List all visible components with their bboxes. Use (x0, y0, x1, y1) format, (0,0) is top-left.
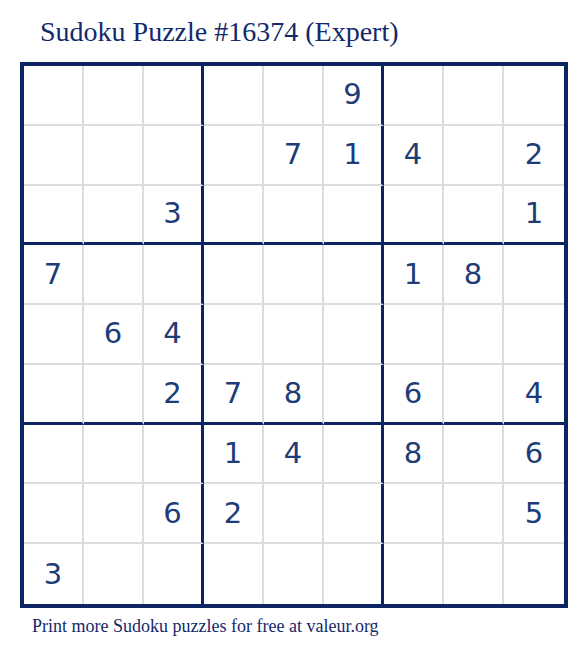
cell-r6c9[interactable]: 4 (504, 365, 564, 425)
cell-r2c6[interactable]: 1 (324, 126, 384, 186)
cell-r1c7[interactable] (384, 66, 444, 126)
cell-r9c5[interactable] (264, 544, 324, 604)
cell-r7c8[interactable] (444, 425, 504, 485)
cell-r5c2[interactable]: 6 (84, 305, 144, 365)
cell-r9c1[interactable]: 3 (24, 544, 84, 604)
cell-r2c7[interactable]: 4 (384, 126, 444, 186)
cell-r5c6[interactable] (324, 305, 384, 365)
cell-r7c7[interactable]: 8 (384, 425, 444, 485)
cell-r9c4[interactable] (204, 544, 264, 604)
cell-r1c6[interactable]: 9 (324, 66, 384, 126)
cell-r5c8[interactable] (444, 305, 504, 365)
cell-r7c3[interactable] (144, 425, 204, 485)
cell-r2c9[interactable]: 2 (504, 126, 564, 186)
cell-r1c1[interactable] (24, 66, 84, 126)
cell-r2c2[interactable] (84, 126, 144, 186)
cell-r8c2[interactable] (84, 484, 144, 544)
cell-r8c3[interactable]: 6 (144, 484, 204, 544)
cell-r6c7[interactable]: 6 (384, 365, 444, 425)
cell-r1c5[interactable] (264, 66, 324, 126)
cell-r7c6[interactable] (324, 425, 384, 485)
cell-r4c6[interactable] (324, 245, 384, 305)
cell-r2c4[interactable] (204, 126, 264, 186)
cell-r3c5[interactable] (264, 186, 324, 246)
cell-r3c1[interactable] (24, 186, 84, 246)
cell-r9c3[interactable] (144, 544, 204, 604)
cell-r5c1[interactable] (24, 305, 84, 365)
cell-r5c9[interactable] (504, 305, 564, 365)
cell-r3c8[interactable] (444, 186, 504, 246)
cell-r4c9[interactable] (504, 245, 564, 305)
cell-r8c7[interactable] (384, 484, 444, 544)
footer-text: Print more Sudoku puzzles for free at va… (32, 616, 379, 637)
cell-r6c8[interactable] (444, 365, 504, 425)
cell-r8c6[interactable] (324, 484, 384, 544)
cell-r5c3[interactable]: 4 (144, 305, 204, 365)
cell-r4c8[interactable]: 8 (444, 245, 504, 305)
cell-r8c4[interactable]: 2 (204, 484, 264, 544)
cell-r9c9[interactable] (504, 544, 564, 604)
cell-r8c9[interactable]: 5 (504, 484, 564, 544)
cell-r4c4[interactable] (204, 245, 264, 305)
cell-r5c7[interactable] (384, 305, 444, 365)
cell-r9c7[interactable] (384, 544, 444, 604)
cell-r6c5[interactable]: 8 (264, 365, 324, 425)
cell-r3c9[interactable]: 1 (504, 186, 564, 246)
cell-r2c1[interactable] (24, 126, 84, 186)
cell-r6c1[interactable] (24, 365, 84, 425)
cell-r1c2[interactable] (84, 66, 144, 126)
cell-r5c4[interactable] (204, 305, 264, 365)
cell-r8c8[interactable] (444, 484, 504, 544)
cell-r1c8[interactable] (444, 66, 504, 126)
cell-r3c3[interactable]: 3 (144, 186, 204, 246)
cell-r3c2[interactable] (84, 186, 144, 246)
cell-r3c4[interactable] (204, 186, 264, 246)
page-title: Sudoku Puzzle #16374 (Expert) (40, 16, 399, 48)
cell-r9c2[interactable] (84, 544, 144, 604)
cell-r7c2[interactable] (84, 425, 144, 485)
cell-r3c7[interactable] (384, 186, 444, 246)
cell-r9c6[interactable] (324, 544, 384, 604)
cell-r1c4[interactable] (204, 66, 264, 126)
cell-r4c2[interactable] (84, 245, 144, 305)
cell-r2c8[interactable] (444, 126, 504, 186)
cell-r9c8[interactable] (444, 544, 504, 604)
cell-r6c6[interactable] (324, 365, 384, 425)
cell-r6c2[interactable] (84, 365, 144, 425)
cell-r8c5[interactable] (264, 484, 324, 544)
cell-r7c5[interactable]: 4 (264, 425, 324, 485)
cell-r6c3[interactable]: 2 (144, 365, 204, 425)
cell-r8c1[interactable] (24, 484, 84, 544)
cell-r1c9[interactable] (504, 66, 564, 126)
cell-r4c5[interactable] (264, 245, 324, 305)
cell-r6c4[interactable]: 7 (204, 365, 264, 425)
cell-r5c5[interactable] (264, 305, 324, 365)
cell-r7c9[interactable]: 6 (504, 425, 564, 485)
cell-r1c3[interactable] (144, 66, 204, 126)
cell-r2c5[interactable]: 7 (264, 126, 324, 186)
cell-r7c1[interactable] (24, 425, 84, 485)
cell-r3c6[interactable] (324, 186, 384, 246)
sudoku-grid: 9714231718642786414866253 (20, 62, 568, 608)
cell-r7c4[interactable]: 1 (204, 425, 264, 485)
cell-r4c3[interactable] (144, 245, 204, 305)
cell-r4c7[interactable]: 1 (384, 245, 444, 305)
cell-r2c3[interactable] (144, 126, 204, 186)
cell-r4c1[interactable]: 7 (24, 245, 84, 305)
sudoku-page: Sudoku Puzzle #16374 (Expert) 9714231718… (0, 0, 580, 651)
